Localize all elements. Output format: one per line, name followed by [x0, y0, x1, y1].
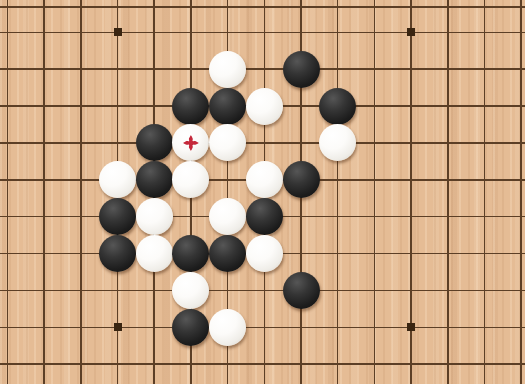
black-stone — [136, 161, 173, 198]
black-stone — [209, 88, 246, 125]
black-stone — [172, 235, 209, 272]
black-stone — [283, 51, 320, 88]
last-move-marker — [183, 135, 199, 151]
black-stone — [319, 88, 356, 125]
white-stone — [246, 235, 283, 272]
grid-line-horizontal — [0, 68, 525, 70]
white-stone — [246, 88, 283, 125]
board-edge-line — [0, 6, 525, 8]
black-stone — [172, 309, 209, 346]
white-stone — [319, 124, 356, 161]
black-stone — [209, 235, 246, 272]
black-stone — [99, 198, 136, 235]
white-stone — [246, 161, 283, 198]
star-point — [407, 323, 415, 331]
white-stone — [209, 309, 246, 346]
star-point — [114, 323, 122, 331]
star-point — [114, 28, 122, 36]
white-stone — [209, 51, 246, 88]
black-stone — [136, 124, 173, 161]
grid-line-horizontal — [0, 32, 525, 34]
white-stone — [172, 272, 209, 309]
white-stone — [209, 198, 246, 235]
black-stone — [99, 235, 136, 272]
screenshot-frame — [0, 0, 525, 384]
go-board[interactable] — [0, 0, 525, 384]
white-stone — [136, 198, 173, 235]
grid-line-horizontal — [0, 142, 525, 144]
white-stone — [172, 161, 209, 198]
white-stone — [99, 161, 136, 198]
star-point — [407, 28, 415, 36]
black-stone — [246, 198, 283, 235]
black-stone — [283, 272, 320, 309]
grid-line-horizontal — [0, 327, 525, 329]
black-stone — [283, 161, 320, 198]
grid-line-horizontal — [0, 363, 525, 365]
black-stone — [172, 88, 209, 125]
grid-line-horizontal — [0, 290, 525, 292]
white-stone — [172, 124, 209, 161]
white-stone — [136, 235, 173, 272]
white-stone — [209, 124, 246, 161]
